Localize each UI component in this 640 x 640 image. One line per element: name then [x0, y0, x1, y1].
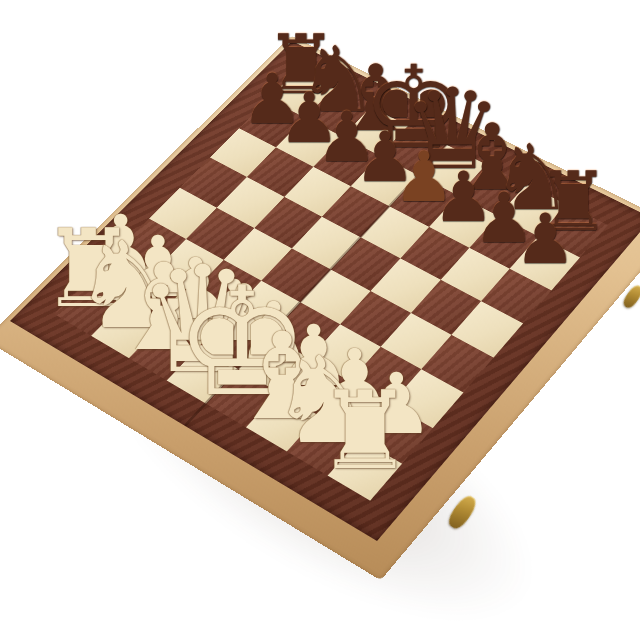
piece-white-rook-h1[interactable]: ♜	[316, 377, 413, 485]
piece-black-pawn-h7[interactable]: ♟	[514, 205, 576, 274]
chess-set-photo: ♜♞♝♚♛♝♞♜♟♟♟♟♟♟♟♟♟♟♟♟♟♟♟♟♜♞♝♛♚♝♞♜	[0, 0, 640, 640]
